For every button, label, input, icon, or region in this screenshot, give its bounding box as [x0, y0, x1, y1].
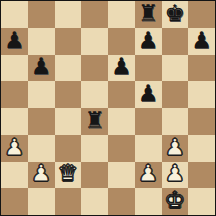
black-pawn-icon: ♟: [138, 29, 159, 52]
square-h7[interactable]: ♟: [188, 28, 215, 55]
square-g8[interactable]: ♚: [162, 1, 189, 28]
black-pawn-icon: ♟: [31, 55, 52, 78]
square-e1[interactable]: [108, 188, 135, 215]
white-pawn-icon: ♟: [165, 162, 186, 185]
black-pawn-icon: ♟: [4, 29, 25, 52]
square-f2[interactable]: ♟: [135, 162, 162, 189]
square-b3[interactable]: [28, 135, 55, 162]
square-d5[interactable]: [81, 81, 108, 108]
square-h4[interactable]: [188, 108, 215, 135]
square-g1[interactable]: ♚: [162, 188, 189, 215]
square-b2[interactable]: ♟: [28, 162, 55, 189]
square-c3[interactable]: [55, 135, 82, 162]
square-h2[interactable]: [188, 162, 215, 189]
square-g2[interactable]: ♟: [162, 162, 189, 189]
square-h6[interactable]: [188, 55, 215, 82]
square-d2[interactable]: [81, 162, 108, 189]
square-h8[interactable]: [188, 1, 215, 28]
square-f1[interactable]: [135, 188, 162, 215]
square-e4[interactable]: [108, 108, 135, 135]
square-f3[interactable]: [135, 135, 162, 162]
square-b5[interactable]: [28, 81, 55, 108]
square-e5[interactable]: [108, 81, 135, 108]
black-pawn-icon: ♟: [138, 82, 159, 105]
square-e6[interactable]: ♟: [108, 55, 135, 82]
square-b4[interactable]: [28, 108, 55, 135]
square-c7[interactable]: [55, 28, 82, 55]
square-a6[interactable]: [1, 55, 28, 82]
white-pawn-icon: ♟: [138, 162, 159, 185]
white-pawn-icon: ♟: [4, 136, 25, 159]
square-g4[interactable]: [162, 108, 189, 135]
square-b7[interactable]: [28, 28, 55, 55]
black-pawn-icon: ♟: [111, 55, 132, 78]
white-pawn-icon: ♟: [165, 136, 186, 159]
square-e3[interactable]: [108, 135, 135, 162]
square-f5[interactable]: ♟: [135, 81, 162, 108]
square-c6[interactable]: [55, 55, 82, 82]
black-king-icon: ♚: [165, 2, 186, 25]
square-a8[interactable]: [1, 1, 28, 28]
white-king-icon: ♚: [165, 189, 186, 212]
square-e8[interactable]: [108, 1, 135, 28]
black-rook-icon: ♜: [138, 2, 159, 25]
white-queen-icon: ♛: [58, 162, 79, 185]
square-a1[interactable]: [1, 188, 28, 215]
square-c8[interactable]: [55, 1, 82, 28]
square-b1[interactable]: [28, 188, 55, 215]
square-f8[interactable]: ♜: [135, 1, 162, 28]
square-d3[interactable]: [81, 135, 108, 162]
square-f4[interactable]: [135, 108, 162, 135]
square-c4[interactable]: [55, 108, 82, 135]
square-g3[interactable]: ♟: [162, 135, 189, 162]
square-a2[interactable]: [1, 162, 28, 189]
square-b6[interactable]: ♟: [28, 55, 55, 82]
square-a3[interactable]: ♟: [1, 135, 28, 162]
square-h3[interactable]: [188, 135, 215, 162]
square-e2[interactable]: [108, 162, 135, 189]
square-c2[interactable]: ♛: [55, 162, 82, 189]
square-g7[interactable]: [162, 28, 189, 55]
square-d8[interactable]: [81, 1, 108, 28]
square-d4[interactable]: ♜: [81, 108, 108, 135]
square-a7[interactable]: ♟: [1, 28, 28, 55]
square-d1[interactable]: [81, 188, 108, 215]
square-h1[interactable]: [188, 188, 215, 215]
square-g6[interactable]: [162, 55, 189, 82]
square-f6[interactable]: [135, 55, 162, 82]
square-g5[interactable]: [162, 81, 189, 108]
square-d6[interactable]: [81, 55, 108, 82]
white-pawn-icon: ♟: [31, 162, 52, 185]
square-c5[interactable]: [55, 81, 82, 108]
square-b8[interactable]: [28, 1, 55, 28]
black-pawn-icon: ♟: [191, 29, 212, 52]
square-a5[interactable]: [1, 81, 28, 108]
square-a4[interactable]: [1, 108, 28, 135]
square-h5[interactable]: [188, 81, 215, 108]
square-c1[interactable]: [55, 188, 82, 215]
square-d7[interactable]: [81, 28, 108, 55]
square-f7[interactable]: ♟: [135, 28, 162, 55]
square-e7[interactable]: [108, 28, 135, 55]
black-rook-icon: ♜: [84, 109, 105, 132]
chess-board: ♜♚♟♟♟♟♟♟♜♟♟♟♛♟♟♚: [0, 0, 216, 216]
